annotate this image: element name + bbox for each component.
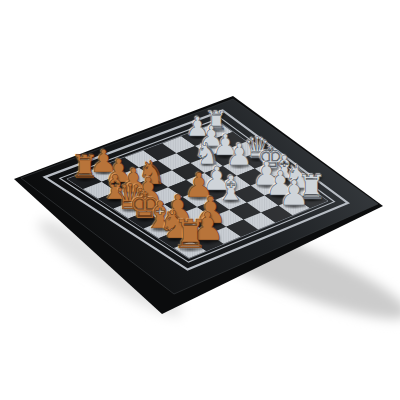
chess-board [0, 0, 400, 400]
chess-set-photo: ♜♟♟♟♛♞♟♚♟♝♜♟♞♟♞♟♟♟♟♜♝♝♟♟♛♚♟♟♝♞♟♜ [0, 0, 400, 400]
